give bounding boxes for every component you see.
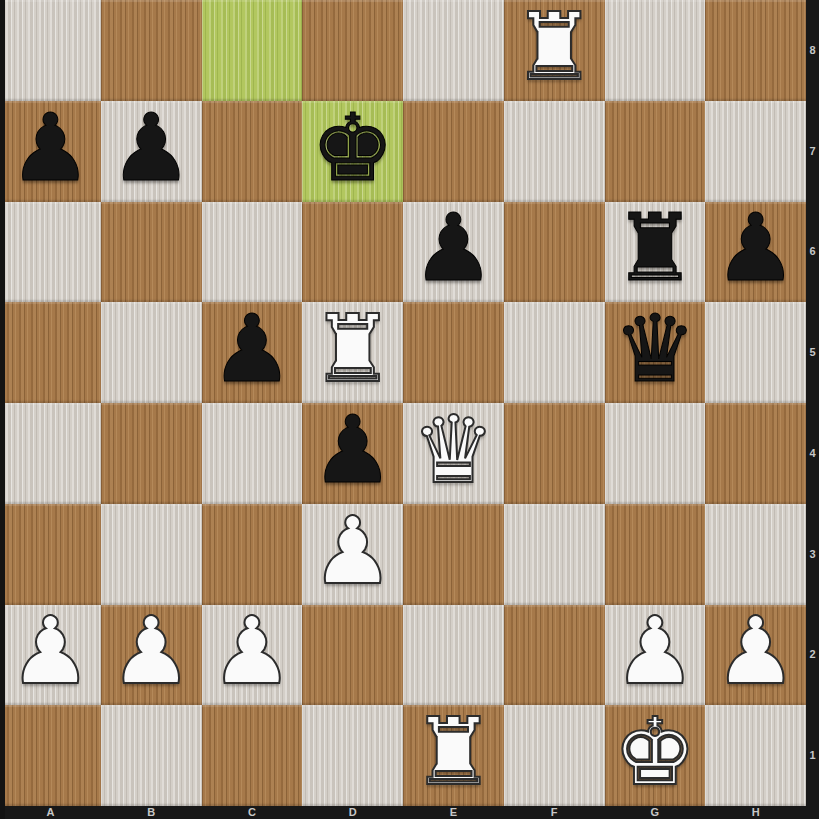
square-g6[interactable]: ♜ <box>605 202 706 303</box>
square-f5[interactable] <box>504 302 605 403</box>
rank-label-7: 7 <box>809 146 815 157</box>
square-c1[interactable] <box>202 705 303 806</box>
piece-black-pawn[interactable]: ♟ <box>311 404 394 497</box>
square-d5[interactable]: ♜ <box>302 302 403 403</box>
file-label-h: H <box>752 807 760 818</box>
square-f1[interactable] <box>504 705 605 806</box>
square-e3[interactable] <box>403 504 504 605</box>
square-g4[interactable] <box>605 403 706 504</box>
file-label-cell-e: E <box>403 806 504 819</box>
square-h7[interactable] <box>705 101 806 202</box>
square-e8[interactable] <box>403 0 504 101</box>
rank-label-1: 1 <box>809 750 815 761</box>
file-label-f: F <box>551 807 558 818</box>
square-a5[interactable] <box>0 302 101 403</box>
square-e2[interactable] <box>403 605 504 706</box>
square-h1[interactable] <box>705 705 806 806</box>
piece-white-pawn[interactable]: ♟ <box>714 605 797 698</box>
piece-white-pawn[interactable]: ♟ <box>109 605 192 698</box>
file-label-cell-a: A <box>0 806 101 819</box>
square-g7[interactable] <box>605 101 706 202</box>
file-label-a: A <box>46 807 54 818</box>
piece-white-rook[interactable]: ♜ <box>311 303 394 396</box>
file-label-c: C <box>248 807 256 818</box>
piece-white-rook[interactable]: ♜ <box>512 1 595 94</box>
square-e5[interactable] <box>403 302 504 403</box>
piece-white-pawn[interactable]: ♟ <box>311 505 394 598</box>
rank-label-cell-5: 5 <box>806 302 819 403</box>
piece-white-pawn[interactable]: ♟ <box>9 605 92 698</box>
square-d2[interactable] <box>302 605 403 706</box>
file-coordinates-strip: ABCDEFGH <box>0 806 806 819</box>
square-a2[interactable]: ♟ <box>0 605 101 706</box>
square-g3[interactable] <box>605 504 706 605</box>
rank-label-cell-3: 3 <box>806 504 819 605</box>
piece-white-king[interactable]: ♚ <box>613 706 696 799</box>
file-label-cell-b: B <box>101 806 202 819</box>
square-e1[interactable]: ♜ <box>403 705 504 806</box>
file-label-cell-f: F <box>504 806 605 819</box>
square-h8[interactable] <box>705 0 806 101</box>
file-label-cell-h: H <box>705 806 806 819</box>
square-c8[interactable] <box>202 0 303 101</box>
rank-label-cell-2: 2 <box>806 605 819 706</box>
rank-label-5: 5 <box>809 347 815 358</box>
rank-label-cell-4: 4 <box>806 403 819 504</box>
square-g1[interactable]: ♚ <box>605 705 706 806</box>
rank-label-cell-1: 1 <box>806 705 819 806</box>
square-f7[interactable] <box>504 101 605 202</box>
square-b2[interactable]: ♟ <box>101 605 202 706</box>
square-b8[interactable] <box>101 0 202 101</box>
square-c5[interactable]: ♟ <box>202 302 303 403</box>
square-a4[interactable] <box>0 403 101 504</box>
square-e7[interactable] <box>403 101 504 202</box>
file-label-cell-d: D <box>302 806 403 819</box>
file-label-e: E <box>450 807 457 818</box>
piece-black-pawn[interactable]: ♟ <box>412 202 495 295</box>
square-d3[interactable]: ♟ <box>302 504 403 605</box>
rank-coordinates-strip: 87654321 <box>806 0 819 806</box>
square-e6[interactable]: ♟ <box>403 202 504 303</box>
rank-label-3: 3 <box>809 549 815 560</box>
rank-label-cell-7: 7 <box>806 101 819 202</box>
piece-black-pawn[interactable]: ♟ <box>714 202 797 295</box>
piece-black-pawn[interactable]: ♟ <box>210 303 293 396</box>
rank-label-cell-8: 8 <box>806 0 819 101</box>
square-f6[interactable] <box>504 202 605 303</box>
square-g2[interactable]: ♟ <box>605 605 706 706</box>
rank-label-6: 6 <box>809 246 815 257</box>
rank-label-4: 4 <box>809 448 815 459</box>
piece-white-rook[interactable]: ♜ <box>412 706 495 799</box>
square-f4[interactable] <box>504 403 605 504</box>
square-b5[interactable] <box>101 302 202 403</box>
square-h2[interactable]: ♟ <box>705 605 806 706</box>
coordinates-corner <box>806 806 819 819</box>
square-h5[interactable] <box>705 302 806 403</box>
square-a7[interactable]: ♟ <box>0 101 101 202</box>
square-b4[interactable] <box>101 403 202 504</box>
square-f2[interactable] <box>504 605 605 706</box>
square-a8[interactable] <box>0 0 101 101</box>
file-label-b: B <box>147 807 155 818</box>
square-a1[interactable] <box>0 705 101 806</box>
square-c6[interactable] <box>202 202 303 303</box>
square-c4[interactable] <box>202 403 303 504</box>
square-d7[interactable]: ♚ <box>302 101 403 202</box>
square-d8[interactable] <box>302 0 403 101</box>
piece-black-pawn[interactable]: ♟ <box>9 102 92 195</box>
piece-white-pawn[interactable]: ♟ <box>210 605 293 698</box>
square-d6[interactable] <box>302 202 403 303</box>
piece-white-pawn[interactable]: ♟ <box>613 605 696 698</box>
rank-label-8: 8 <box>809 45 815 56</box>
square-a6[interactable] <box>0 202 101 303</box>
square-c3[interactable] <box>202 504 303 605</box>
piece-black-queen[interactable]: ♛ <box>613 303 696 396</box>
square-d1[interactable] <box>302 705 403 806</box>
rank-label-cell-6: 6 <box>806 202 819 303</box>
square-g5[interactable]: ♛ <box>605 302 706 403</box>
piece-black-pawn[interactable]: ♟ <box>109 102 192 195</box>
square-e4[interactable]: ♛ <box>403 403 504 504</box>
square-b6[interactable] <box>101 202 202 303</box>
square-d4[interactable]: ♟ <box>302 403 403 504</box>
square-b1[interactable] <box>101 705 202 806</box>
piece-white-queen[interactable]: ♛ <box>412 404 495 497</box>
square-c2[interactable]: ♟ <box>202 605 303 706</box>
square-f3[interactable] <box>504 504 605 605</box>
chess-app-window: ♜♟♟♚♟♜♟♟♜♛♟♛♟♟♟♟♟♟♜♚ 87654321 ABCDEFGH <box>0 0 819 819</box>
square-h4[interactable] <box>705 403 806 504</box>
piece-black-king[interactable]: ♚ <box>311 102 394 195</box>
square-b3[interactable] <box>101 504 202 605</box>
square-b7[interactable]: ♟ <box>101 101 202 202</box>
window-left-edge <box>0 0 5 819</box>
square-a3[interactable] <box>0 504 101 605</box>
rank-label-2: 2 <box>809 649 815 660</box>
file-label-cell-c: C <box>202 806 303 819</box>
square-h6[interactable]: ♟ <box>705 202 806 303</box>
piece-black-rook[interactable]: ♜ <box>613 202 696 295</box>
square-g8[interactable] <box>605 0 706 101</box>
square-c7[interactable] <box>202 101 303 202</box>
square-f8[interactable]: ♜ <box>504 0 605 101</box>
file-label-d: D <box>349 807 357 818</box>
chess-board: ♜♟♟♚♟♜♟♟♜♛♟♛♟♟♟♟♟♟♜♚ <box>0 0 806 806</box>
file-label-g: G <box>651 807 660 818</box>
file-label-cell-g: G <box>605 806 706 819</box>
square-h3[interactable] <box>705 504 806 605</box>
